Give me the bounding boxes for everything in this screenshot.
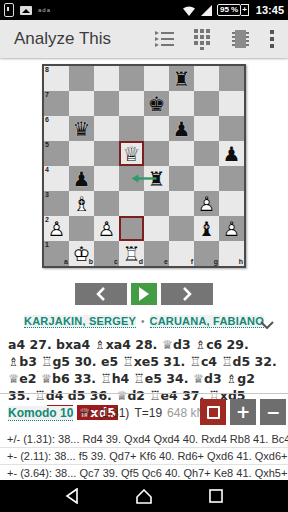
square-g7[interactable]	[194, 91, 219, 116]
file-label: h	[239, 258, 243, 266]
square-d3[interactable]	[119, 191, 144, 216]
file-label: a	[64, 258, 68, 266]
square-b3[interactable]: ♝♗	[69, 191, 94, 216]
next-move-button[interactable]	[161, 283, 213, 305]
black-king: ♚	[144, 91, 169, 116]
white-pawn: ♟♙	[94, 216, 119, 241]
file-label: c	[114, 258, 118, 266]
move-list-icon[interactable]	[152, 27, 176, 51]
square-e1[interactable]: e	[144, 241, 169, 266]
square-a8[interactable]: 8	[44, 66, 69, 91]
analysis-line-2[interactable]: +- (2.11): 38... f5 39. Qd7+ Kf6 40. Rd6…	[0, 447, 288, 464]
rank-label: 4	[45, 166, 49, 174]
analysis-lines: +/- (1.31): 38... Rd4 39. Qxd4 Qxd4 40. …	[0, 431, 288, 481]
square-a5[interactable]: 5	[44, 141, 69, 166]
square-f1[interactable]: f	[169, 241, 194, 266]
square-g6[interactable]	[194, 116, 219, 141]
chess-board[interactable]: 8♜7♚6♛♟5♛♕♟4♟♜3♝♗♟♙2♟♙♟♙♝♟♙1ab♚♔cd♜♖efgh	[42, 64, 246, 268]
square-f4[interactable]	[169, 166, 194, 191]
square-g8[interactable]	[194, 66, 219, 91]
square-f7[interactable]	[169, 91, 194, 116]
black-pawn: ♟	[69, 166, 94, 191]
square-a6[interactable]: 6	[44, 116, 69, 141]
square-g1[interactable]: g	[194, 241, 219, 266]
square-e4[interactable]: ♜	[144, 166, 169, 191]
square-g2[interactable]: ♝	[194, 216, 219, 241]
screenshot-icon	[20, 6, 32, 15]
square-d1[interactable]: d♜♖	[119, 241, 144, 266]
black-queen: ♛	[69, 116, 94, 141]
stop-icon	[207, 406, 220, 419]
square-c8[interactable]	[94, 66, 119, 91]
square-f2[interactable]	[169, 216, 194, 241]
app-title: Analyze This	[0, 29, 152, 49]
square-e6[interactable]	[144, 116, 169, 141]
overflow-menu-icon[interactable]	[266, 27, 278, 51]
square-a2[interactable]: 2♟♙	[44, 216, 69, 241]
square-h4[interactable]	[219, 166, 244, 191]
add-line-button[interactable]: +	[230, 399, 256, 425]
square-a3[interactable]: 3	[44, 191, 69, 216]
previous-move-button[interactable]	[75, 283, 127, 305]
engine-row: Komodo 10 +/- (1.31) T=19 648 kN/s + −	[0, 395, 288, 431]
plus-icon: +	[236, 404, 250, 421]
square-h6[interactable]	[219, 116, 244, 141]
remove-line-button[interactable]: −	[260, 399, 286, 425]
rank-label: 1	[45, 241, 49, 249]
rank-label: 8	[45, 66, 49, 74]
back-button[interactable]	[64, 488, 80, 504]
square-f8[interactable]: ♜	[169, 66, 194, 91]
engine-chip-icon[interactable]	[228, 27, 252, 51]
square-d6[interactable]	[119, 116, 144, 141]
black-pawn: ♟	[169, 116, 194, 141]
square-c5[interactable]	[94, 141, 119, 166]
square-d2[interactable]	[119, 216, 144, 241]
square-e2[interactable]	[144, 216, 169, 241]
app-bar: Analyze This	[0, 20, 288, 58]
square-b8[interactable]	[69, 66, 94, 91]
square-g3[interactable]: ♟♙	[194, 191, 219, 216]
square-h3[interactable]	[219, 191, 244, 216]
rank-label: 7	[45, 91, 49, 99]
rank-label: 6	[45, 116, 49, 124]
white-king: ♚♔	[69, 241, 94, 266]
square-h2[interactable]: ♟♙	[219, 216, 244, 241]
square-a7[interactable]: 7	[44, 91, 69, 116]
square-h5[interactable]: ♟	[219, 141, 244, 166]
square-f3[interactable]	[169, 191, 194, 216]
analysis-line-3[interactable]: +- (3.64): 38... Qc7 39. Qf5 Qc6 40. Qh7…	[0, 464, 288, 481]
white-pawn: ♟♙	[219, 216, 244, 241]
square-e8[interactable]	[144, 66, 169, 91]
black-bishop: ♝	[194, 216, 219, 241]
square-b1[interactable]: b♚♔	[69, 241, 94, 266]
square-h1[interactable]: h	[219, 241, 244, 266]
autoplay-button[interactable]	[131, 283, 157, 305]
divider	[0, 393, 288, 394]
square-a1[interactable]: 1a	[44, 241, 69, 266]
square-c2[interactable]: ♟♙	[94, 216, 119, 241]
rank-label: 3	[45, 191, 49, 199]
players-separator: •	[141, 316, 145, 327]
square-c3[interactable]	[94, 191, 119, 216]
analysis-line-1[interactable]: +/- (1.31): 38... Rd4 39. Qxd4 Qxd4 40. …	[0, 431, 288, 447]
white-bishop: ♝♗	[69, 191, 94, 216]
app-screen: ada 95 %+ 13:45 Analyze This	[0, 0, 288, 512]
square-d8[interactable]	[119, 66, 144, 91]
square-d4[interactable]	[119, 166, 144, 191]
square-b2[interactable]	[69, 216, 94, 241]
square-b7[interactable]	[69, 91, 94, 116]
square-c4[interactable]	[94, 166, 119, 191]
square-e3[interactable]	[144, 191, 169, 216]
black-player-link[interactable]: CARUANA, FABIANO	[150, 315, 264, 328]
usb-connected-icon	[4, 3, 14, 17]
signal-icon	[200, 4, 213, 17]
recents-button[interactable]	[208, 488, 224, 504]
black-rook: ♜	[169, 66, 194, 91]
square-b6[interactable]: ♛	[69, 116, 94, 141]
home-button[interactable]	[136, 488, 152, 504]
black-pawn: ♟	[219, 141, 244, 166]
black-rook: ♜	[144, 166, 169, 191]
square-g4[interactable]	[194, 166, 219, 191]
square-c6[interactable]	[94, 116, 119, 141]
stop-engine-button[interactable]	[200, 399, 226, 425]
minus-icon: −	[266, 404, 280, 421]
square-c7[interactable]	[94, 91, 119, 116]
square-d5[interactable]: ♛♕	[119, 141, 144, 166]
status-bar: ada 95 %+ 13:45	[0, 0, 288, 20]
square-a4[interactable]: 4	[44, 166, 69, 191]
white-player-link[interactable]: KARJAKIN, SERGEY	[24, 315, 136, 328]
square-d7[interactable]	[119, 91, 144, 116]
wifi-icon	[182, 4, 196, 17]
white-pawn: ♟♙	[44, 216, 69, 241]
square-b4[interactable]: ♟	[69, 166, 94, 191]
white-queen: ♛♕	[119, 141, 144, 166]
square-g5[interactable]	[194, 141, 219, 166]
square-f5[interactable]	[169, 141, 194, 166]
battery-indicator: 95 %+	[217, 4, 249, 16]
square-b5[interactable]	[69, 141, 94, 166]
rank-label: 5	[45, 141, 49, 149]
dialpad-icon[interactable]	[190, 27, 214, 51]
square-c1[interactable]: c	[94, 241, 119, 266]
move-controls	[0, 283, 288, 305]
chevron-down-icon[interactable]	[260, 315, 274, 333]
square-f6[interactable]: ♟	[169, 116, 194, 141]
file-label: g	[214, 258, 218, 266]
android-nav-bar	[0, 480, 288, 512]
notification-mini-icon: ada	[38, 7, 51, 13]
engine-eval: +/- (1.31)	[80, 406, 129, 420]
white-pawn: ♟♙	[194, 191, 219, 216]
file-label: f	[191, 258, 193, 266]
engine-depth: T=19	[134, 406, 162, 420]
square-e5[interactable]	[144, 141, 169, 166]
square-h7[interactable]	[219, 91, 244, 116]
engine-name-link[interactable]: Komodo 10	[8, 406, 73, 421]
square-e7[interactable]: ♚	[144, 91, 169, 116]
players-row: KARJAKIN, SERGEY • CARUANA, FABIANO	[0, 311, 288, 331]
clock: 13:45	[253, 4, 284, 16]
white-rook: ♜♖	[119, 241, 144, 266]
square-h8[interactable]	[219, 66, 244, 91]
file-label: e	[164, 258, 168, 266]
